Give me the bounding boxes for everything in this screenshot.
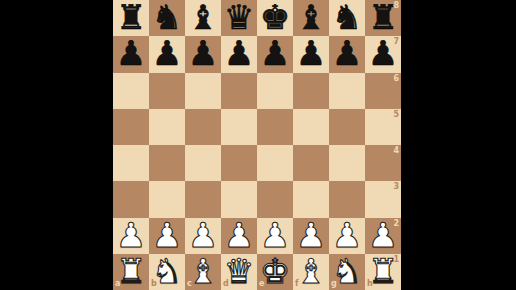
letterbox-left [0, 0, 113, 290]
piece-white-king[interactable]: ♚ [260, 253, 290, 289]
square-h7[interactable]: ♟7 [365, 36, 401, 72]
square-b2[interactable]: ♟ [149, 218, 185, 254]
square-f6[interactable] [293, 73, 329, 109]
piece-black-knight[interactable]: ♞ [332, 0, 362, 35]
square-h6[interactable]: 6 [365, 73, 401, 109]
square-f7[interactable]: ♟ [293, 36, 329, 72]
piece-white-rook[interactable]: ♜ [116, 253, 146, 289]
square-f1[interactable]: ♝f [293, 254, 329, 290]
square-d7[interactable]: ♟ [221, 36, 257, 72]
square-g2[interactable]: ♟ [329, 218, 365, 254]
square-a8[interactable]: ♜ [113, 0, 149, 36]
piece-black-knight[interactable]: ♞ [152, 0, 182, 35]
square-e4[interactable] [257, 145, 293, 181]
piece-white-pawn[interactable]: ♟ [368, 217, 398, 253]
square-g7[interactable]: ♟ [329, 36, 365, 72]
square-f4[interactable] [293, 145, 329, 181]
square-b3[interactable] [149, 181, 185, 217]
piece-black-rook[interactable]: ♜ [368, 0, 398, 35]
piece-white-pawn[interactable]: ♟ [188, 217, 218, 253]
square-f5[interactable] [293, 109, 329, 145]
square-c6[interactable] [185, 73, 221, 109]
square-h8[interactable]: ♜8 [365, 0, 401, 36]
piece-black-pawn[interactable]: ♟ [332, 35, 362, 71]
square-a1[interactable]: ♜a [113, 254, 149, 290]
piece-white-pawn[interactable]: ♟ [116, 217, 146, 253]
piece-black-pawn[interactable]: ♟ [152, 35, 182, 71]
piece-white-pawn[interactable]: ♟ [224, 217, 254, 253]
piece-white-knight[interactable]: ♞ [332, 253, 362, 289]
square-d6[interactable] [221, 73, 257, 109]
square-b6[interactable] [149, 73, 185, 109]
piece-black-pawn[interactable]: ♟ [296, 35, 326, 71]
piece-white-bishop[interactable]: ♝ [296, 253, 326, 289]
square-h1[interactable]: ♜1h [365, 254, 401, 290]
square-c1[interactable]: ♝c [185, 254, 221, 290]
square-h3[interactable]: 3 [365, 181, 401, 217]
square-b5[interactable] [149, 109, 185, 145]
piece-white-queen[interactable]: ♛ [224, 253, 254, 289]
square-e8[interactable]: ♚ [257, 0, 293, 36]
piece-black-pawn[interactable]: ♟ [260, 35, 290, 71]
square-e1[interactable]: ♚e [257, 254, 293, 290]
square-a2[interactable]: ♟ [113, 218, 149, 254]
piece-black-bishop[interactable]: ♝ [188, 0, 218, 35]
square-g5[interactable] [329, 109, 365, 145]
piece-white-pawn[interactable]: ♟ [332, 217, 362, 253]
rank-label-3: 3 [393, 183, 399, 191]
square-b4[interactable] [149, 145, 185, 181]
square-b7[interactable]: ♟ [149, 36, 185, 72]
square-a4[interactable] [113, 145, 149, 181]
square-d5[interactable] [221, 109, 257, 145]
piece-white-pawn[interactable]: ♟ [260, 217, 290, 253]
square-g6[interactable] [329, 73, 365, 109]
rank-label-6: 6 [393, 75, 399, 83]
square-c5[interactable] [185, 109, 221, 145]
piece-black-pawn[interactable]: ♟ [224, 35, 254, 71]
square-f3[interactable] [293, 181, 329, 217]
square-h2[interactable]: ♟2 [365, 218, 401, 254]
piece-white-pawn[interactable]: ♟ [152, 217, 182, 253]
square-e3[interactable] [257, 181, 293, 217]
square-d1[interactable]: ♛d [221, 254, 257, 290]
square-h4[interactable]: 4 [365, 145, 401, 181]
square-a6[interactable] [113, 73, 149, 109]
square-e5[interactable] [257, 109, 293, 145]
rank-label-5: 5 [393, 111, 399, 119]
square-h5[interactable]: 5 [365, 109, 401, 145]
square-g8[interactable]: ♞ [329, 0, 365, 36]
square-g4[interactable] [329, 145, 365, 181]
square-f2[interactable]: ♟ [293, 218, 329, 254]
piece-white-knight[interactable]: ♞ [152, 253, 182, 289]
square-d2[interactable]: ♟ [221, 218, 257, 254]
piece-white-pawn[interactable]: ♟ [296, 217, 326, 253]
square-c3[interactable] [185, 181, 221, 217]
piece-black-rook[interactable]: ♜ [116, 0, 146, 35]
piece-black-king[interactable]: ♚ [260, 0, 290, 35]
piece-black-pawn[interactable]: ♟ [368, 35, 398, 71]
piece-black-bishop[interactable]: ♝ [296, 0, 326, 35]
letterbox-right [401, 0, 516, 290]
square-e7[interactable]: ♟ [257, 36, 293, 72]
square-c7[interactable]: ♟ [185, 36, 221, 72]
square-b1[interactable]: ♞b [149, 254, 185, 290]
chess-board: ♜♞♝♛♚♝♞♜8♟♟♟♟♟♟♟♟76543♟♟♟♟♟♟♟♟2♜a♞b♝c♛d♚… [113, 0, 401, 290]
piece-black-pawn[interactable]: ♟ [188, 35, 218, 71]
piece-white-bishop[interactable]: ♝ [188, 253, 218, 289]
square-d3[interactable] [221, 181, 257, 217]
square-e2[interactable]: ♟ [257, 218, 293, 254]
piece-white-rook[interactable]: ♜ [368, 253, 398, 289]
rank-label-4: 4 [393, 147, 399, 155]
square-a7[interactable]: ♟ [113, 36, 149, 72]
square-b8[interactable]: ♞ [149, 0, 185, 36]
piece-black-queen[interactable]: ♛ [224, 0, 254, 35]
square-g1[interactable]: ♞g [329, 254, 365, 290]
square-c8[interactable]: ♝ [185, 0, 221, 36]
square-e6[interactable] [257, 73, 293, 109]
piece-black-pawn[interactable]: ♟ [116, 35, 146, 71]
square-f8[interactable]: ♝ [293, 0, 329, 36]
square-c4[interactable] [185, 145, 221, 181]
chess-app-stage: ♜♞♝♛♚♝♞♜8♟♟♟♟♟♟♟♟76543♟♟♟♟♟♟♟♟2♜a♞b♝c♛d♚… [0, 0, 516, 290]
square-d4[interactable] [221, 145, 257, 181]
square-a5[interactable] [113, 109, 149, 145]
square-c2[interactable]: ♟ [185, 218, 221, 254]
square-g3[interactable] [329, 181, 365, 217]
square-d8[interactable]: ♛ [221, 0, 257, 36]
square-a3[interactable] [113, 181, 149, 217]
